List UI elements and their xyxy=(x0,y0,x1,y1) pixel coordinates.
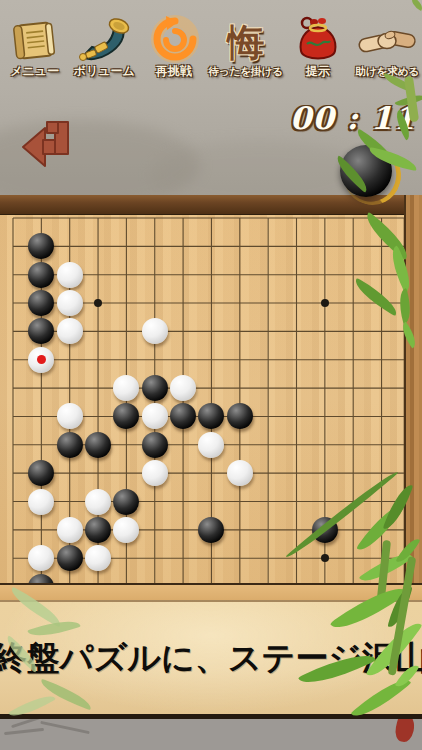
last-move-marker xyxy=(37,355,46,364)
white-stone xyxy=(57,290,83,316)
back-button[interactable] xyxy=(20,114,74,180)
undo-button[interactable]: 悔 待ったを掛ける xyxy=(208,2,283,78)
toolbar: メニュー ボリューム xyxy=(0,2,422,80)
star-point xyxy=(321,554,329,562)
handshake-icon xyxy=(357,14,417,64)
black-stone xyxy=(28,262,54,288)
white-stone xyxy=(28,489,54,515)
white-stone xyxy=(142,460,168,486)
white-stone xyxy=(85,489,111,515)
white-stone xyxy=(57,262,83,288)
white-stone xyxy=(57,517,83,543)
kanji-kai-icon: 悔 xyxy=(227,14,264,64)
black-stone xyxy=(57,432,83,458)
black-stone xyxy=(85,517,111,543)
white-stone xyxy=(57,318,83,344)
volume-button[interactable]: ボリューム xyxy=(69,2,138,78)
horn-icon xyxy=(75,14,133,64)
black-stone xyxy=(142,432,168,458)
retry-button[interactable]: 再挑戦 xyxy=(139,2,208,78)
white-stone xyxy=(170,375,196,401)
scroll-icon xyxy=(11,14,59,64)
hint-button[interactable]: 提示 xyxy=(283,2,352,78)
star-point xyxy=(321,299,329,307)
app-screen: メニュー ボリューム xyxy=(0,0,422,750)
undo-label: 待ったを掛ける xyxy=(208,64,283,78)
menu-button[interactable]: メニュー xyxy=(0,2,69,78)
white-stone xyxy=(28,347,54,373)
pouch-icon xyxy=(294,14,342,64)
black-stone xyxy=(85,432,111,458)
volume-label: ボリューム xyxy=(74,64,135,78)
white-stone xyxy=(142,318,168,344)
menu-label: メニュー xyxy=(10,64,59,78)
hint-label: 提示 xyxy=(306,64,330,78)
help-button[interactable]: 助けを求める xyxy=(353,2,422,78)
swirl-icon xyxy=(148,14,200,64)
white-stone xyxy=(227,460,253,486)
retry-label: 再挑戦 xyxy=(156,64,192,78)
white-stone xyxy=(57,403,83,429)
black-stone xyxy=(142,375,168,401)
black-stone xyxy=(113,489,139,515)
black-stone xyxy=(57,545,83,571)
